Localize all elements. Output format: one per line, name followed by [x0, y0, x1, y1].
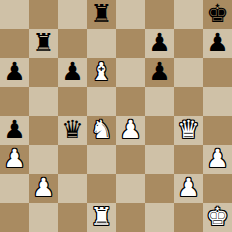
square-g4[interactable]: ♛ [174, 116, 203, 145]
square-b8[interactable] [29, 0, 58, 29]
square-a4[interactable]: ♟ [0, 116, 29, 145]
square-g1[interactable] [174, 203, 203, 232]
square-c8[interactable] [58, 0, 87, 29]
square-h3[interactable]: ♟ [203, 145, 232, 174]
square-d5[interactable] [87, 87, 116, 116]
square-g6[interactable] [174, 58, 203, 87]
square-d3[interactable] [87, 145, 116, 174]
piece-white-pawn[interactable]: ♟ [177, 174, 199, 202]
piece-black-pawn[interactable]: ♟ [148, 29, 170, 57]
piece-black-rook[interactable]: ♜ [90, 0, 112, 28]
square-a8[interactable] [0, 0, 29, 29]
square-c1[interactable] [58, 203, 87, 232]
square-d7[interactable] [87, 29, 116, 58]
square-a7[interactable] [0, 29, 29, 58]
piece-black-pawn[interactable]: ♟ [206, 29, 228, 57]
square-c2[interactable] [58, 174, 87, 203]
piece-white-pawn[interactable]: ♟ [32, 174, 54, 202]
square-d6[interactable]: ♝ [87, 58, 116, 87]
square-c7[interactable] [58, 29, 87, 58]
square-a3[interactable]: ♟ [0, 145, 29, 174]
square-f2[interactable] [145, 174, 174, 203]
piece-white-queen[interactable]: ♛ [177, 116, 199, 144]
square-e7[interactable] [116, 29, 145, 58]
square-e4[interactable]: ♟ [116, 116, 145, 145]
piece-white-knight[interactable]: ♞ [90, 116, 112, 144]
square-a5[interactable] [0, 87, 29, 116]
piece-black-king[interactable]: ♚ [206, 0, 228, 28]
piece-black-pawn[interactable]: ♟ [3, 58, 25, 86]
square-h4[interactable] [203, 116, 232, 145]
square-b4[interactable] [29, 116, 58, 145]
square-c4[interactable]: ♛ [58, 116, 87, 145]
piece-white-pawn[interactable]: ♟ [119, 116, 141, 144]
square-g3[interactable] [174, 145, 203, 174]
piece-black-rook[interactable]: ♜ [32, 29, 54, 57]
square-b5[interactable] [29, 87, 58, 116]
square-f6[interactable]: ♟ [145, 58, 174, 87]
square-b1[interactable] [29, 203, 58, 232]
square-g8[interactable] [174, 0, 203, 29]
square-e3[interactable] [116, 145, 145, 174]
piece-white-bishop[interactable]: ♝ [90, 58, 112, 86]
square-g2[interactable]: ♟ [174, 174, 203, 203]
square-f5[interactable] [145, 87, 174, 116]
square-f4[interactable] [145, 116, 174, 145]
square-g7[interactable] [174, 29, 203, 58]
square-f7[interactable]: ♟ [145, 29, 174, 58]
square-d2[interactable] [87, 174, 116, 203]
square-h2[interactable] [203, 174, 232, 203]
square-g5[interactable] [174, 87, 203, 116]
piece-white-pawn[interactable]: ♟ [3, 145, 25, 173]
piece-black-pawn[interactable]: ♟ [148, 58, 170, 86]
piece-black-pawn[interactable]: ♟ [61, 58, 83, 86]
square-f1[interactable] [145, 203, 174, 232]
square-h5[interactable] [203, 87, 232, 116]
square-f3[interactable] [145, 145, 174, 174]
square-c3[interactable] [58, 145, 87, 174]
square-b6[interactable] [29, 58, 58, 87]
square-a1[interactable] [0, 203, 29, 232]
piece-black-pawn[interactable]: ♟ [3, 116, 25, 144]
square-b2[interactable]: ♟ [29, 174, 58, 203]
square-h7[interactable]: ♟ [203, 29, 232, 58]
piece-white-rook[interactable]: ♜ [90, 203, 112, 231]
square-e2[interactable] [116, 174, 145, 203]
square-f8[interactable] [145, 0, 174, 29]
square-b7[interactable]: ♜ [29, 29, 58, 58]
piece-white-pawn[interactable]: ♟ [206, 145, 228, 173]
square-e6[interactable] [116, 58, 145, 87]
square-e1[interactable] [116, 203, 145, 232]
square-a6[interactable]: ♟ [0, 58, 29, 87]
piece-black-queen[interactable]: ♛ [61, 116, 83, 144]
square-e5[interactable] [116, 87, 145, 116]
square-h1[interactable]: ♚ [203, 203, 232, 232]
square-d4[interactable]: ♞ [87, 116, 116, 145]
square-h6[interactable] [203, 58, 232, 87]
square-c5[interactable] [58, 87, 87, 116]
square-d1[interactable]: ♜ [87, 203, 116, 232]
square-d8[interactable]: ♜ [87, 0, 116, 29]
square-c6[interactable]: ♟ [58, 58, 87, 87]
square-e8[interactable] [116, 0, 145, 29]
square-b3[interactable] [29, 145, 58, 174]
square-a2[interactable] [0, 174, 29, 203]
square-h8[interactable]: ♚ [203, 0, 232, 29]
piece-white-king[interactable]: ♚ [206, 203, 228, 231]
chess-board: ♜♚♜♟♟♟♟♝♟♟♛♞♟♛♟♟♟♟♜♚ [0, 0, 232, 232]
